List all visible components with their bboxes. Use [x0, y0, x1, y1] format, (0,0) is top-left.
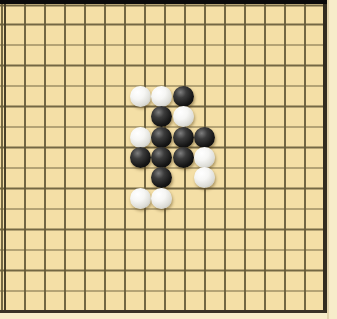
black-stone — [151, 147, 172, 168]
black-stone — [151, 106, 172, 127]
white-stone — [130, 86, 151, 107]
white-stone — [194, 167, 215, 188]
go-board[interactable] — [0, 4, 327, 313]
black-stone — [151, 127, 172, 148]
black-stone — [151, 167, 172, 188]
black-stone — [194, 127, 215, 148]
white-stone — [130, 188, 151, 209]
white-stone — [173, 106, 194, 127]
black-stone — [173, 147, 194, 168]
board-bottom-margin — [0, 313, 327, 319]
black-stone — [173, 86, 194, 107]
white-stone — [194, 147, 215, 168]
stones-layer — [0, 4, 323, 310]
white-stone — [130, 127, 151, 148]
board-right-margin — [327, 0, 337, 319]
white-stone — [151, 86, 172, 107]
app-window — [0, 0, 337, 319]
black-stone — [173, 127, 194, 148]
black-stone — [130, 147, 151, 168]
right-margin-shade — [327, 0, 329, 319]
white-stone — [151, 188, 172, 209]
